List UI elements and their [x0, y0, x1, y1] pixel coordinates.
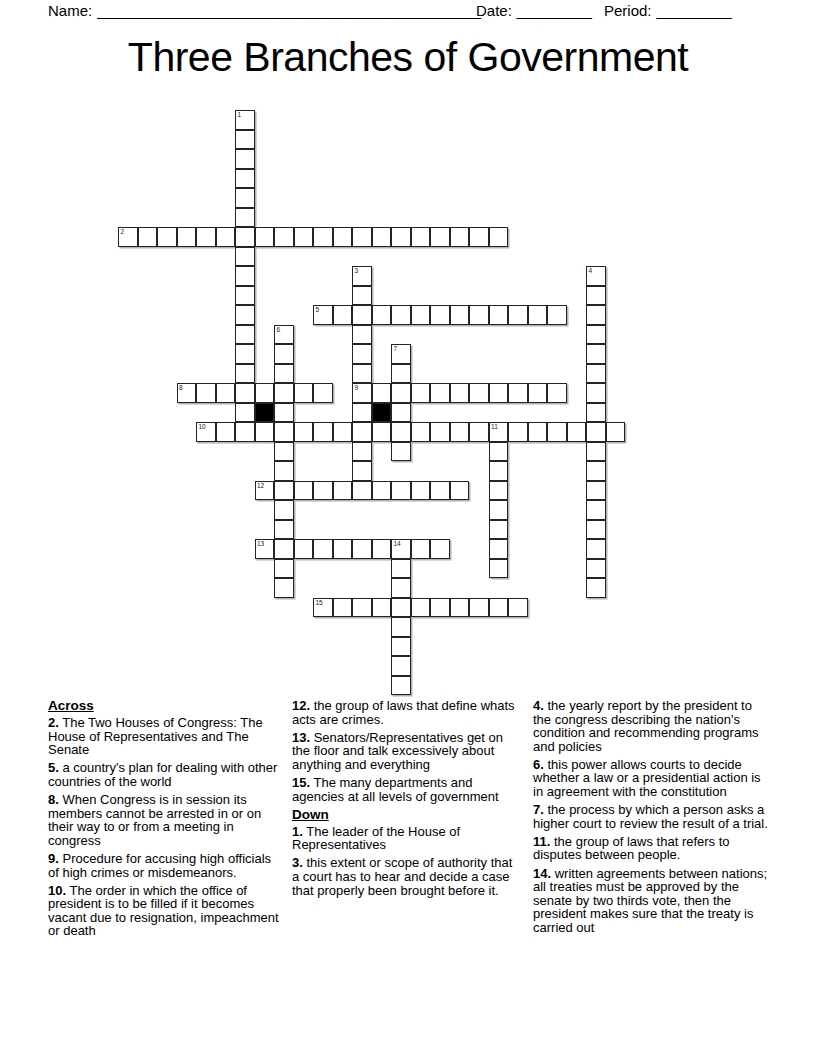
clue-number-label: 11.	[533, 834, 550, 849]
clue-number: 4	[589, 267, 593, 275]
grid-cell[interactable]	[235, 305, 255, 325]
grid-cell[interactable]: 3	[352, 266, 372, 286]
clue-down-7: 7. the process by which a person asks a …	[533, 803, 772, 830]
grid-cell[interactable]	[352, 227, 372, 247]
grid-cell[interactable]	[586, 481, 606, 501]
grid-cell[interactable]	[274, 364, 294, 384]
clue-number: 5	[316, 306, 320, 314]
grid-cell[interactable]	[508, 422, 528, 442]
grid-cell[interactable]: 11	[489, 422, 509, 442]
grid-cell[interactable]: 2	[118, 227, 138, 247]
grid-cell[interactable]	[274, 344, 294, 364]
grid-cell[interactable]	[489, 520, 509, 540]
grid-cell[interactable]	[333, 539, 353, 559]
grid-cell[interactable]	[216, 422, 236, 442]
grid-cell[interactable]	[450, 481, 470, 501]
clues-column-2: 12. the group of laws that define whats …	[292, 699, 523, 902]
grid-cell[interactable]	[411, 383, 431, 403]
clue-down-14: 14. written agreements between nations; …	[533, 867, 772, 935]
grid-cell[interactable]	[352, 403, 372, 423]
grid-cell[interactable]	[586, 403, 606, 423]
date-label: Date:	[476, 2, 512, 19]
clue-across-9: 9. Procedure for accusing high officials…	[48, 852, 279, 879]
grid-cell[interactable]	[391, 442, 411, 462]
grid-cell[interactable]: 1	[235, 110, 255, 130]
grid-cell[interactable]	[274, 539, 294, 559]
grid-cell[interactable]	[352, 286, 372, 306]
grid-cell[interactable]	[469, 383, 489, 403]
grid-cell[interactable]	[352, 539, 372, 559]
grid-cell[interactable]	[469, 422, 489, 442]
grid-cell[interactable]	[391, 422, 411, 442]
grid-cell[interactable]	[547, 383, 567, 403]
grid-cell[interactable]	[391, 578, 411, 598]
clue-across-8: 8. When Congress is in session its membe…	[48, 793, 279, 847]
grid-cell[interactable]	[430, 598, 450, 618]
clue-number-label: 15.	[292, 775, 310, 790]
grid-cell[interactable]	[294, 422, 314, 442]
grid-cell[interactable]	[430, 539, 450, 559]
clue-down-6: 6. this power allows courts to decide wh…	[533, 758, 772, 799]
clue-number: 15	[316, 599, 323, 607]
grid-cell[interactable]	[586, 286, 606, 306]
grid-cell[interactable]	[469, 305, 489, 325]
grid-cell[interactable]	[372, 383, 392, 403]
grid-cell[interactable]	[469, 598, 489, 618]
grid-cell[interactable]	[274, 481, 294, 501]
grid-cell[interactable]	[489, 305, 509, 325]
crossword-grid: 123456789101112131415	[118, 110, 625, 695]
grid-cell[interactable]	[586, 559, 606, 579]
grid-cell[interactable]	[586, 520, 606, 540]
grid-cell[interactable]	[508, 305, 528, 325]
clue-across-5: 5. a country's plan for dealing with oth…	[48, 761, 279, 788]
clue-down-11: 11. the group of laws that refers to dis…	[533, 835, 772, 862]
clue-number: 9	[355, 384, 359, 392]
clue-number: 11	[491, 423, 498, 431]
grid-cell[interactable]	[138, 227, 158, 247]
grid-cell[interactable]	[255, 383, 275, 403]
grid-cell[interactable]	[391, 227, 411, 247]
grid-cell[interactable]	[235, 149, 255, 169]
grid-cell[interactable]	[255, 227, 275, 247]
grid-cell[interactable]	[274, 578, 294, 598]
grid-cell[interactable]	[489, 442, 509, 462]
grid-cell[interactable]	[274, 442, 294, 462]
grid-cell[interactable]	[391, 305, 411, 325]
grid-cell[interactable]	[586, 305, 606, 325]
grid-cell[interactable]	[586, 442, 606, 462]
grid-cell[interactable]	[567, 422, 587, 442]
grid-cell[interactable]	[313, 481, 333, 501]
grid-cell[interactable]	[235, 364, 255, 384]
clue-across-2: 2. The Two Houses of Congress: The House…	[48, 716, 279, 757]
grid-cell[interactable]: 7	[391, 344, 411, 364]
grid-cell[interactable]	[235, 286, 255, 306]
grid-cell[interactable]	[372, 539, 392, 559]
grid-cell[interactable]	[333, 481, 353, 501]
grid-cell[interactable]	[294, 539, 314, 559]
grid-cell[interactable]	[313, 383, 333, 403]
grid-cell[interactable]	[547, 305, 567, 325]
clue-number: 12	[257, 482, 264, 490]
grid-cell[interactable]	[372, 305, 392, 325]
clue-across-12: 12. the group of laws that define whats …	[292, 699, 523, 726]
worksheet-page: Name:___________________________________…	[0, 0, 816, 1056]
grid-cell[interactable]	[274, 500, 294, 520]
grid-cell[interactable]	[528, 305, 548, 325]
grid-cell[interactable]	[216, 383, 236, 403]
grid-cell[interactable]	[274, 403, 294, 423]
grid-cell[interactable]	[333, 422, 353, 442]
clue-number: 6	[277, 326, 281, 334]
clue-number-label: 8.	[48, 792, 59, 807]
name-label: Name:	[48, 2, 92, 19]
clue-number: 2	[121, 228, 125, 236]
grid-cell[interactable]	[391, 364, 411, 384]
grid-cell[interactable]	[411, 598, 431, 618]
clue-number-label: 5.	[48, 760, 59, 775]
grid-cell[interactable]	[391, 617, 411, 637]
grid-cell[interactable]: 15	[313, 598, 333, 618]
grid-cell[interactable]	[196, 383, 216, 403]
grid-cell[interactable]	[528, 422, 548, 442]
clue-number-label: 9.	[48, 851, 59, 866]
grid-cell[interactable]	[235, 188, 255, 208]
grid-cell[interactable]	[586, 344, 606, 364]
grid-cell[interactable]	[274, 520, 294, 540]
grid-cell[interactable]	[352, 325, 372, 345]
grid-cell[interactable]	[411, 539, 431, 559]
page-title: Three Branches of Government	[0, 34, 816, 81]
clue-number: 10	[199, 423, 206, 431]
grid-cell[interactable]: 5	[313, 305, 333, 325]
grid-cell[interactable]	[352, 344, 372, 364]
grid-cell[interactable]	[586, 383, 606, 403]
grid-cell[interactable]	[450, 598, 470, 618]
down-header: Down	[292, 808, 523, 822]
grid-cell[interactable]	[313, 227, 333, 247]
grid-cell[interactable]	[489, 227, 509, 247]
grid-cell[interactable]	[235, 130, 255, 150]
clue-number: 13	[257, 540, 264, 548]
grid-cell[interactable]	[391, 383, 411, 403]
name-blank-line: ________________________________________…	[97, 2, 481, 19]
grid-cell[interactable]: 10	[196, 422, 216, 442]
grid-cell[interactable]	[274, 559, 294, 579]
grid-cell[interactable]	[352, 305, 372, 325]
clue-number-label: 3.	[292, 855, 303, 870]
across-header: Across	[48, 699, 279, 713]
clues-column-3: 4. the yearly report by the president to…	[533, 699, 772, 939]
grid-cell[interactable]	[450, 305, 470, 325]
grid-cell[interactable]	[313, 539, 333, 559]
grid-cell[interactable]: 9	[352, 383, 372, 403]
grid-cell[interactable]	[333, 227, 353, 247]
grid-cell[interactable]	[294, 481, 314, 501]
grid-cell[interactable]	[313, 422, 333, 442]
grid-cell[interactable]	[274, 422, 294, 442]
grid-cell[interactable]	[411, 227, 431, 247]
grid-cell[interactable]	[508, 383, 528, 403]
clue-across-13: 13. Senators/Representatives get on the …	[292, 731, 523, 772]
grid-cell[interactable]	[352, 442, 372, 462]
period-blank-line: _________	[657, 2, 732, 19]
grid-cell[interactable]	[372, 422, 392, 442]
grid-cell[interactable]	[196, 227, 216, 247]
grid-cell[interactable]	[372, 481, 392, 501]
grid-cell[interactable]	[235, 208, 255, 228]
grid-cell[interactable]	[333, 598, 353, 618]
grid-cell[interactable]	[489, 598, 509, 618]
grid-cell[interactable]	[411, 422, 431, 442]
clue-number: 3	[355, 267, 359, 275]
grid-cell[interactable]	[391, 481, 411, 501]
period-field: Period:_________	[604, 2, 732, 19]
clue-across-10: 10. The order in which the office of pre…	[48, 884, 279, 938]
grid-cell[interactable]	[352, 481, 372, 501]
grid-cell[interactable]	[391, 637, 411, 657]
clue-number: 14	[394, 540, 401, 548]
grid-cell[interactable]	[586, 539, 606, 559]
grid-cell[interactable]	[216, 227, 236, 247]
clue-number-label: 6.	[533, 757, 544, 772]
clues-column-1: Across2. The Two Houses of Congress: The…	[48, 699, 279, 943]
grid-cell[interactable]	[157, 227, 177, 247]
clue-number-label: 12.	[292, 698, 310, 713]
grid-cell[interactable]	[333, 305, 353, 325]
clue-number-label: 7.	[533, 802, 544, 817]
grid-cell[interactable]	[450, 422, 470, 442]
grid-cell[interactable]	[450, 383, 470, 403]
grid-cell[interactable]	[606, 422, 626, 442]
grid-cell[interactable]	[372, 598, 392, 618]
grid-cell[interactable]	[235, 227, 255, 247]
clue-number-label: 2.	[48, 715, 59, 730]
grid-cell[interactable]	[586, 422, 606, 442]
black-cell	[255, 403, 275, 423]
grid-cell[interactable]	[489, 539, 509, 559]
date-field: Date:_________	[476, 2, 592, 19]
grid-cell[interactable]	[528, 383, 548, 403]
clue-number: 1	[238, 111, 242, 119]
grid-cell[interactable]	[274, 383, 294, 403]
grid-cell[interactable]	[177, 227, 197, 247]
grid-cell[interactable]	[274, 227, 294, 247]
grid-cell[interactable]	[586, 364, 606, 384]
period-label: Period:	[604, 2, 652, 19]
grid-cell[interactable]	[586, 461, 606, 481]
grid-cell[interactable]	[235, 247, 255, 267]
grid-cell[interactable]	[352, 598, 372, 618]
grid-cell[interactable]	[391, 656, 411, 676]
grid-cell[interactable]	[489, 383, 509, 403]
grid-cell[interactable]	[430, 422, 450, 442]
clue-number-label: 10.	[48, 883, 66, 898]
grid-cell[interactable]	[352, 422, 372, 442]
grid-cell[interactable]	[235, 325, 255, 345]
grid-cell[interactable]	[508, 598, 528, 618]
grid-cell[interactable]	[489, 481, 509, 501]
grid-cell[interactable]	[469, 227, 489, 247]
grid-cell[interactable]	[235, 403, 255, 423]
grid-cell[interactable]	[489, 461, 509, 481]
grid-cell[interactable]	[235, 344, 255, 364]
date-blank-line: _________	[517, 2, 592, 19]
grid-cell[interactable]	[235, 169, 255, 189]
clue-number-label: 13.	[292, 730, 310, 745]
grid-cell[interactable]	[391, 676, 411, 696]
grid-cell[interactable]	[430, 481, 450, 501]
grid-cell[interactable]: 13	[255, 539, 275, 559]
grid-cell[interactable]	[586, 578, 606, 598]
grid-cell[interactable]	[391, 559, 411, 579]
grid-cell[interactable]	[450, 227, 470, 247]
grid-cell[interactable]	[294, 227, 314, 247]
grid-cell[interactable]	[430, 383, 450, 403]
grid-cell[interactable]: 6	[274, 325, 294, 345]
clue-down-4: 4. the yearly report by the president to…	[533, 699, 772, 753]
grid-cell[interactable]	[274, 461, 294, 481]
grid-cell[interactable]	[489, 559, 509, 579]
grid-cell[interactable]	[235, 383, 255, 403]
grid-cell[interactable]	[372, 227, 392, 247]
grid-cell[interactable]	[294, 383, 314, 403]
grid-cell[interactable]	[391, 598, 411, 618]
grid-cell[interactable]	[586, 325, 606, 345]
clue-down-3: 3. this extent or scope of authority tha…	[292, 856, 523, 897]
clue-number-label: 4.	[533, 698, 544, 713]
grid-cell[interactable]	[411, 481, 431, 501]
grid-cell[interactable]	[430, 227, 450, 247]
grid-cell[interactable]	[352, 461, 372, 481]
grid-cell[interactable]	[255, 422, 275, 442]
grid-cell[interactable]: 14	[391, 539, 411, 559]
grid-cell[interactable]	[411, 305, 431, 325]
grid-cell[interactable]	[547, 422, 567, 442]
clue-number-label: 14.	[533, 866, 551, 881]
grid-cell[interactable]	[586, 500, 606, 520]
grid-cell[interactable]	[430, 305, 450, 325]
grid-cell[interactable]	[352, 364, 372, 384]
grid-cell[interactable]	[391, 403, 411, 423]
grid-cell[interactable]	[235, 422, 255, 442]
grid-cell[interactable]	[489, 500, 509, 520]
grid-cell[interactable]: 8	[177, 383, 197, 403]
black-cell	[372, 403, 392, 423]
grid-cell[interactable]: 4	[586, 266, 606, 286]
clue-number: 8	[179, 384, 183, 392]
clue-number-label: 1.	[292, 824, 303, 839]
clue-across-15: 15. The many departments and agencies at…	[292, 776, 523, 803]
clue-number: 7	[394, 345, 398, 353]
grid-cell[interactable]	[235, 266, 255, 286]
grid-cell[interactable]: 12	[255, 481, 275, 501]
clue-down-1: 1. The leader of the House of Representa…	[292, 825, 523, 852]
name-field: Name:___________________________________…	[48, 2, 481, 19]
